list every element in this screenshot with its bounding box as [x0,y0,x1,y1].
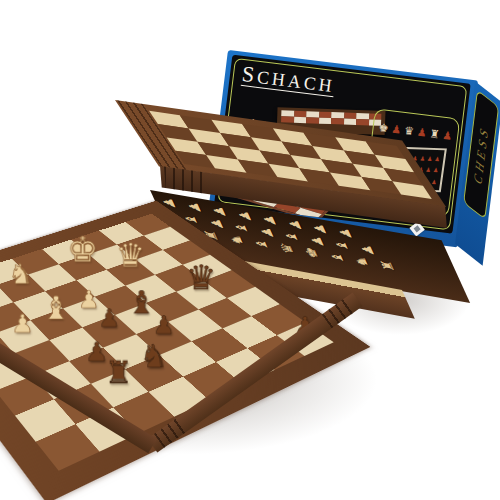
art-case-square [319,118,332,124]
piece-light-pawn-d5: ♟ [78,288,99,312]
piece-light-queen-f6: ♛ [116,240,145,272]
product-photo-stage: SCHACH ♟♟♟♟♟♟ ♚♟♛♟♜♟ ♟♟♟♟♟♟♟♟♟♟♟♟♟♟♟♟♟♟♟… [0,0,500,500]
square-h8 [126,214,170,236]
piece-light-pawn-b5: ♟ [11,312,33,337]
piece-dark-queen-g4: ♛ [186,261,216,295]
square-c5: ♝ [30,309,82,341]
box-side-title: CHESS [471,121,492,189]
stored-piece: ♜ [378,259,397,273]
art-case-square [294,117,307,123]
stored-piece: ♞ [352,254,371,268]
lid-square [392,181,432,199]
art-case-square [306,117,319,123]
piece-dark-rook-c2: ♜ [106,357,133,387]
piece-light-bishop-c5: ♝ [42,292,70,323]
art-case-square [331,118,344,124]
piece-dark-pawn-d4: ♟ [98,306,120,331]
box-art-case-checker [281,110,381,125]
piece-dark-bishop-e4: ♝ [127,287,155,318]
art-piece: ♟ [416,127,427,139]
piece-light-knight-c7: ♞ [8,260,33,288]
art-piece: ♟ [391,124,402,136]
stored-piece: ♛ [277,241,296,255]
piece-light-king-e7: ♚ [67,232,98,267]
art-piece: ♜ [429,128,440,140]
box-side-panel: CHESS [463,89,499,219]
art-piece: ♚ [378,122,389,134]
stored-piece: ♚ [302,246,321,260]
piece-dark-pawn-e3: ♟ [152,313,174,338]
stored-piece: ♞ [226,233,245,247]
stored-piece: ♝ [327,250,346,264]
art-piece: ♟ [442,130,453,142]
art-piece: ♛ [403,125,414,137]
art-case-square [356,119,369,125]
art-case-square [281,116,294,122]
art-case-square [343,119,356,125]
piece-dark-knight-d2: ♞ [140,341,169,373]
stored-piece: ♝ [252,237,271,251]
